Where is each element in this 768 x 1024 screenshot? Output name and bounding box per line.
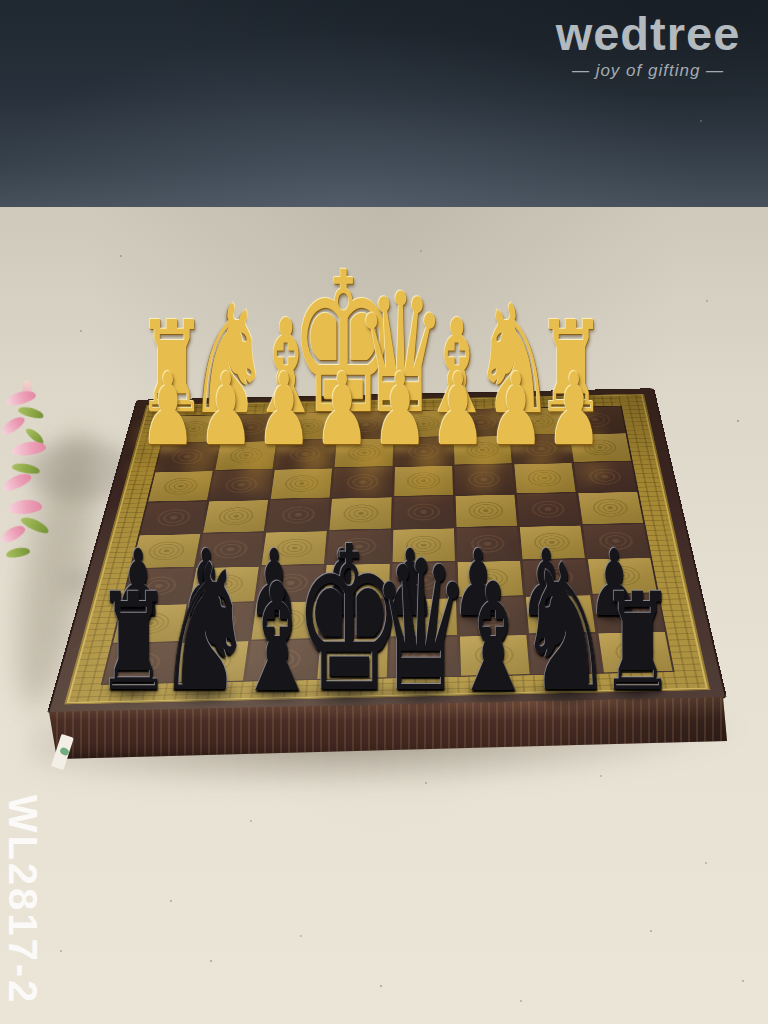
flower-petal (7, 499, 42, 516)
flower-petal (5, 388, 37, 407)
square-e6 (324, 564, 389, 600)
square-a8 (598, 632, 672, 673)
square-c6 (457, 561, 522, 597)
piece-reflection (243, 680, 312, 706)
gold-piece-reflection (128, 448, 610, 496)
piece-reflection (253, 610, 295, 626)
piece-reflection (459, 680, 528, 706)
piece-reflection (165, 678, 246, 708)
piece-reflection (377, 438, 423, 455)
square-a5 (583, 524, 650, 558)
square-g4 (203, 500, 268, 532)
piece-reflection (380, 677, 463, 708)
square-f6 (257, 565, 324, 601)
square-c4 (455, 495, 517, 527)
flower-petal (0, 414, 27, 438)
flower-petal (1, 470, 33, 494)
square-h6 (123, 568, 194, 604)
piece-reflection (457, 610, 499, 626)
square-d4 (393, 496, 454, 528)
flower-leaf (5, 546, 30, 559)
piece-reflection (493, 438, 539, 455)
piece-reflection (145, 438, 191, 455)
square-g5 (197, 532, 264, 566)
piece-reflection (261, 438, 307, 455)
brand-name: wedtree (534, 10, 762, 57)
chess-board (41, 337, 725, 713)
square-d8 (389, 637, 458, 678)
paper-fiber-specks (0, 0, 2, 2)
piece-reflection (389, 610, 431, 626)
brand-logo: wedtree — joy of gifting — (534, 10, 762, 81)
piece-reflection (143, 403, 201, 424)
piece-reflection (551, 438, 597, 455)
piece-reflection (427, 403, 487, 425)
square-b4 (517, 493, 580, 525)
piece-reflection (321, 610, 363, 626)
flower-petal (11, 440, 46, 458)
piece-reflection (525, 610, 567, 626)
square-b8 (529, 633, 601, 674)
square-e8 (318, 638, 388, 679)
product-photo: wedtree — joy of gifting — WL2817-2 ♜♞♝♚… (0, 0, 768, 1024)
square-e5 (327, 530, 390, 564)
square-h5 (132, 534, 201, 568)
piece-reflection (525, 678, 606, 708)
square-d6 (391, 562, 455, 598)
piece-reflection (480, 402, 549, 428)
square-g6 (190, 567, 259, 603)
piece-reflection (185, 610, 227, 626)
square-g8 (175, 641, 249, 682)
square-h4 (140, 502, 207, 534)
piece-reflection (542, 403, 600, 424)
square-c5 (456, 527, 519, 561)
square-f5 (262, 531, 327, 565)
square-f4 (267, 499, 330, 531)
square-e4 (330, 498, 391, 530)
piece-reflection (203, 438, 249, 455)
square-h8 (103, 643, 179, 684)
square-b6 (522, 559, 589, 595)
piece-reflection (593, 610, 635, 626)
square-a6 (588, 558, 657, 594)
brand-tagline: — joy of gifting — (534, 61, 762, 81)
square-d5 (392, 528, 454, 562)
square-a4 (578, 492, 643, 524)
square-f8 (246, 640, 318, 681)
square-c8 (460, 635, 530, 676)
sku-watermark: WL2817-2 (3, 780, 43, 1020)
piece-reflection (319, 438, 365, 455)
piece-reflection (117, 610, 159, 626)
piece-reflection (435, 438, 481, 455)
square-b5 (520, 525, 585, 559)
piece-reflection (195, 402, 264, 428)
flower-petal (0, 522, 27, 545)
